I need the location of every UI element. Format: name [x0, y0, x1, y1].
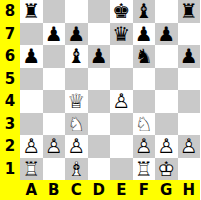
square-e2[interactable]	[110, 135, 133, 158]
rank-label-6: 6	[0, 45, 20, 68]
square-a2[interactable]: ♟♙	[20, 135, 43, 158]
piece-white-pawn[interactable]: ♟♙	[133, 135, 156, 158]
piece-glyph-outline: ♔	[157, 158, 175, 181]
piece-glyph-outline: ♘	[67, 113, 85, 136]
square-c3[interactable]: ♞♘	[65, 113, 88, 136]
piece-black-pawn[interactable]: ♟	[88, 45, 111, 68]
square-f8[interactable]: ♝	[133, 0, 156, 23]
file-label-a: A	[20, 180, 43, 200]
piece-black-pawn[interactable]: ♟	[65, 23, 88, 46]
square-a4[interactable]	[20, 90, 43, 113]
square-b1[interactable]	[43, 158, 66, 181]
square-e1[interactable]	[110, 158, 133, 181]
square-c4[interactable]: ♛♕	[65, 90, 88, 113]
square-d6[interactable]: ♟	[88, 45, 111, 68]
piece-glyph-outline: ♙	[180, 135, 198, 158]
square-e4[interactable]: ♟♙	[110, 90, 133, 113]
square-h5[interactable]	[178, 68, 201, 91]
square-e5[interactable]	[110, 68, 133, 91]
square-h1[interactable]	[178, 158, 201, 181]
piece-glyph-fill: ♜	[180, 0, 198, 23]
piece-white-knight[interactable]: ♞♘	[65, 113, 88, 136]
square-d3[interactable]	[88, 113, 111, 136]
file-label-c: C	[65, 180, 88, 200]
file-label-h: H	[178, 180, 201, 200]
square-e8[interactable]: ♚	[110, 0, 133, 23]
square-e6[interactable]	[110, 45, 133, 68]
square-d1[interactable]	[88, 158, 111, 181]
piece-white-rook[interactable]: ♜♖	[20, 158, 43, 181]
square-f3[interactable]: ♞♘	[133, 113, 156, 136]
rank-label-3: 3	[0, 113, 20, 136]
piece-glyph-outline: ♙	[157, 135, 175, 158]
rank-label-8: 8	[0, 0, 20, 23]
rank-labels-column: 87654321	[0, 0, 20, 180]
square-d2[interactable]	[88, 135, 111, 158]
piece-glyph-outline: ♙	[135, 135, 153, 158]
piece-black-pawn[interactable]: ♟	[178, 45, 201, 68]
square-h7[interactable]	[178, 23, 201, 46]
square-a8[interactable]: ♜	[20, 0, 43, 23]
square-f1[interactable]: ♜♖	[133, 158, 156, 181]
piece-white-king[interactable]: ♚♔	[155, 158, 178, 181]
square-b4[interactable]	[43, 90, 66, 113]
square-b2[interactable]: ♟♙	[43, 135, 66, 158]
piece-glyph-fill: ♟	[67, 23, 85, 46]
square-g1[interactable]: ♚♔	[155, 158, 178, 181]
piece-black-king[interactable]: ♚	[110, 0, 133, 23]
piece-white-pawn[interactable]: ♟♙	[65, 135, 88, 158]
piece-glyph-outline: ♙	[45, 135, 63, 158]
square-a3[interactable]	[20, 113, 43, 136]
square-a7[interactable]	[20, 23, 43, 46]
piece-glyph-outline: ♕	[67, 90, 85, 113]
piece-black-knight[interactable]: ♞	[133, 45, 156, 68]
chess-board: ♜♚♝♜♟♟♛♟♟♟♝♟♞♟♛♕♟♙♞♘♞♘♟♙♟♙♟♙♟♙♟♙♟♙♜♖♝♗♜♖…	[20, 0, 200, 180]
piece-glyph-fill: ♚	[112, 0, 130, 23]
file-label-e: E	[110, 180, 133, 200]
file-label-d: D	[88, 180, 111, 200]
piece-glyph-fill: ♟	[22, 45, 40, 68]
square-c7[interactable]: ♟	[65, 23, 88, 46]
piece-glyph-fill: ♝	[67, 45, 85, 68]
square-h4[interactable]	[178, 90, 201, 113]
piece-black-pawn[interactable]: ♟	[43, 23, 66, 46]
piece-white-rook[interactable]: ♜♖	[133, 158, 156, 181]
square-g5[interactable]	[155, 68, 178, 91]
square-f2[interactable]: ♟♙	[133, 135, 156, 158]
square-d5[interactable]	[88, 68, 111, 91]
rank-label-2: 2	[0, 135, 20, 158]
square-a1[interactable]: ♜♖	[20, 158, 43, 181]
square-f5[interactable]	[133, 68, 156, 91]
square-c5[interactable]	[65, 68, 88, 91]
file-label-g: G	[155, 180, 178, 200]
rank-label-7: 7	[0, 23, 20, 46]
square-g2[interactable]: ♟♙	[155, 135, 178, 158]
piece-white-pawn[interactable]: ♟♙	[20, 135, 43, 158]
piece-glyph-fill: ♜	[22, 0, 40, 23]
file-label-f: F	[133, 180, 156, 200]
piece-white-pawn[interactable]: ♟♙	[110, 90, 133, 113]
square-c6[interactable]: ♝	[65, 45, 88, 68]
square-d7[interactable]	[88, 23, 111, 46]
chess-diagram: 87654321 ♜♚♝♜♟♟♛♟♟♟♝♟♞♟♛♕♟♙♞♘♞♘♟♙♟♙♟♙♟♙♟…	[0, 0, 200, 200]
square-e3[interactable]	[110, 113, 133, 136]
piece-white-pawn[interactable]: ♟♙	[155, 135, 178, 158]
piece-white-pawn[interactable]: ♟♙	[178, 135, 201, 158]
piece-black-bishop[interactable]: ♝	[133, 0, 156, 23]
piece-white-pawn[interactable]: ♟♙	[43, 135, 66, 158]
square-c1[interactable]: ♝♗	[65, 158, 88, 181]
square-b7[interactable]: ♟	[43, 23, 66, 46]
piece-black-pawn[interactable]: ♟	[20, 45, 43, 68]
rank-label-4: 4	[0, 90, 20, 113]
square-b3[interactable]	[43, 113, 66, 136]
piece-glyph-fill: ♟	[180, 45, 198, 68]
square-b5[interactable]	[43, 68, 66, 91]
piece-black-pawn[interactable]: ♟	[133, 23, 156, 46]
piece-black-pawn[interactable]: ♟	[155, 23, 178, 46]
piece-black-rook[interactable]: ♜	[20, 0, 43, 23]
piece-white-queen[interactable]: ♛♕	[65, 90, 88, 113]
piece-glyph-fill: ♟	[135, 23, 153, 46]
file-labels-row: ABCDEFGH	[0, 180, 200, 200]
piece-black-rook[interactable]: ♜	[178, 0, 201, 23]
rank-label-5: 5	[0, 68, 20, 91]
piece-glyph-outline: ♙	[22, 135, 40, 158]
square-e7[interactable]: ♛	[110, 23, 133, 46]
piece-glyph-outline: ♙	[112, 90, 130, 113]
piece-glyph-fill: ♟	[157, 23, 175, 46]
square-g4[interactable]	[155, 90, 178, 113]
piece-glyph-outline: ♖	[135, 158, 153, 181]
square-f6[interactable]: ♞	[133, 45, 156, 68]
square-g8[interactable]	[155, 0, 178, 23]
square-f4[interactable]	[133, 90, 156, 113]
corner-spacer	[0, 180, 20, 200]
piece-glyph-outline: ♙	[67, 135, 85, 158]
square-g6[interactable]	[155, 45, 178, 68]
piece-glyph-fill: ♛	[112, 23, 130, 46]
square-h3[interactable]	[178, 113, 201, 136]
piece-glyph-outline: ♗	[67, 158, 85, 181]
square-h8[interactable]: ♜	[178, 0, 201, 23]
square-d4[interactable]	[88, 90, 111, 113]
square-h2[interactable]: ♟♙	[178, 135, 201, 158]
piece-white-knight[interactable]: ♞♘	[133, 113, 156, 136]
file-label-b: B	[43, 180, 66, 200]
piece-glyph-outline: ♖	[22, 158, 40, 181]
square-b6[interactable]	[43, 45, 66, 68]
piece-glyph-fill: ♟	[45, 23, 63, 46]
piece-white-bishop[interactable]: ♝♗	[65, 158, 88, 181]
square-f7[interactable]: ♟	[133, 23, 156, 46]
square-h6[interactable]: ♟	[178, 45, 201, 68]
square-a6[interactable]: ♟	[20, 45, 43, 68]
rank-label-1: 1	[0, 158, 20, 181]
piece-black-queen[interactable]: ♛	[110, 23, 133, 46]
piece-glyph-fill: ♝	[135, 0, 153, 23]
square-g7[interactable]: ♟	[155, 23, 178, 46]
piece-glyph-outline: ♘	[135, 113, 153, 136]
square-d8[interactable]	[88, 0, 111, 23]
square-c8[interactable]	[65, 0, 88, 23]
square-g3[interactable]	[155, 113, 178, 136]
piece-glyph-fill: ♞	[135, 45, 153, 68]
square-b8[interactable]	[43, 0, 66, 23]
piece-black-bishop[interactable]: ♝	[65, 45, 88, 68]
piece-glyph-fill: ♟	[90, 45, 108, 68]
square-c2[interactable]: ♟♙	[65, 135, 88, 158]
square-a5[interactable]	[20, 68, 43, 91]
